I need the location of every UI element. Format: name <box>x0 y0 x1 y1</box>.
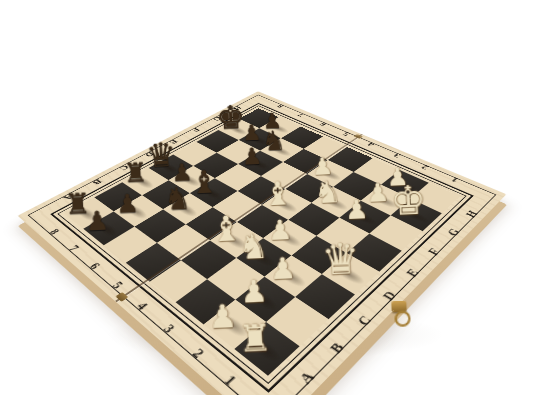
piece-white-pawn-f2: ♟ <box>338 196 376 224</box>
square-f6: ♟ <box>238 151 283 176</box>
piece-black-pawn-h7: ♟ <box>257 110 287 132</box>
coordinate-label-E: E <box>159 134 187 149</box>
board-grid: ♟♟♚♟♞♟♟♚♟♞♟♝♛♟♝♟♛♜♞♝♞♟♟♟♜♟♟♜ <box>64 108 460 375</box>
square-g5 <box>283 149 328 174</box>
piece-white-rook-a1: ♜ <box>230 319 279 359</box>
square-g7: ♟ <box>239 128 281 150</box>
coordinate-label-F: F <box>182 123 210 137</box>
piece-shadow <box>245 157 272 172</box>
square-e6 <box>215 164 261 191</box>
square-h6 <box>281 126 323 148</box>
piece-white-queen-d1: ♛ <box>319 238 362 282</box>
piece-shadow <box>198 185 226 202</box>
square-g6: ♞ <box>260 138 303 162</box>
clasp-ring <box>394 310 411 327</box>
piece-shadow <box>156 161 182 176</box>
piece-shadow <box>266 122 291 134</box>
square-h7: ♟ <box>259 117 300 138</box>
chess-board: ♟♟♚♟♞♟♟♚♟♞♟♝♛♟♝♟♛♜♞♝♞♟♟♟♜♟♟♜ 8HH87GG76FF… <box>18 91 507 395</box>
square-h4 <box>328 147 373 172</box>
product-photo: ♟♟♚♟♞♟♟♚♟♞♟♝♛♟♝♟♛♜♞♝♞♟♟♟♜♟♟♜ 8HH87GG76FF… <box>0 0 540 395</box>
piece-shadow <box>267 144 294 158</box>
piece-black-knight-g6: ♞ <box>258 127 290 155</box>
square-e7 <box>193 153 238 178</box>
square-f7 <box>217 140 260 164</box>
perspective-scene: ♟♟♚♟♞♟♟♚♟♞♟♝♛♟♝♟♛♜♞♝♞♟♟♟♜♟♟♜ 8HH87GG76FF… <box>0 0 540 395</box>
coordinate-label-G: G <box>203 112 230 125</box>
piece-black-knight-c6: ♞ <box>159 183 196 215</box>
piece-black-pawn-a7: ♟ <box>78 207 116 235</box>
square-d6: ♝ <box>190 178 238 207</box>
piece-black-pawn-f6: ♟ <box>236 144 269 168</box>
coordinate-label-H: H <box>223 102 250 115</box>
brass-clasp-icon <box>389 300 410 328</box>
piece-shadow <box>245 134 271 147</box>
coordinate-label-D: D <box>135 146 164 162</box>
piece-white-bishop-e4: ♝ <box>259 177 296 211</box>
coordinate-label-1: 1 <box>436 170 473 189</box>
piece-white-king-g1: ♚ <box>389 180 427 221</box>
coordinate-label-C: C <box>109 159 138 176</box>
square-h5 <box>304 136 347 160</box>
piece-black-pawn-g7: ♟ <box>236 121 267 144</box>
piece-shadow <box>225 124 249 136</box>
